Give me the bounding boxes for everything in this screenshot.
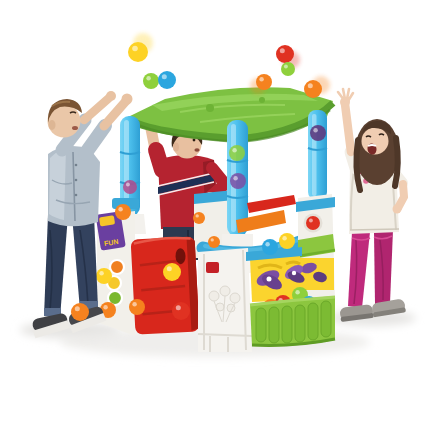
red-ramp: [247, 195, 296, 213]
flying-balls: [128, 33, 330, 98]
ball-orange: [208, 236, 220, 248]
ball-yellow: [96, 268, 112, 284]
boy-left-jeans: [44, 215, 68, 318]
child-girl-right: [338, 89, 406, 322]
ball-green: [229, 145, 245, 161]
column-right: [308, 110, 327, 200]
ball-green: [143, 73, 159, 89]
ball-yellow: [128, 42, 148, 62]
ball-yellow: [163, 263, 181, 281]
ball-orange: [304, 80, 322, 98]
spinner-buttons: [107, 260, 124, 305]
floor-balls: [71, 303, 89, 321]
girl-pants: [348, 232, 370, 308]
ball-blue: [262, 239, 278, 255]
ball-red: [276, 45, 294, 63]
ball-darkpurple: [310, 125, 326, 141]
ball-yellow: [279, 233, 295, 249]
red-door: [131, 236, 200, 334]
ball-redpurple: [123, 180, 137, 194]
ball-red: [172, 302, 190, 320]
ball-orange: [129, 299, 145, 315]
ball-orange: [193, 212, 205, 224]
ball-red: [306, 216, 320, 230]
ball-purple: [230, 173, 246, 189]
logo-post: [198, 248, 252, 352]
ball-orange: [256, 74, 272, 90]
playhouse: FUN: [95, 87, 335, 352]
ball-orange: [115, 204, 131, 220]
product-photo: FUN: [0, 0, 425, 425]
green-fence: [250, 296, 335, 346]
ball-orange: [71, 303, 89, 321]
scene-illustration: FUN: [0, 0, 425, 425]
brand-logo-badge: [206, 262, 219, 273]
ball-blue: [158, 71, 176, 89]
ball-green: [281, 62, 295, 76]
